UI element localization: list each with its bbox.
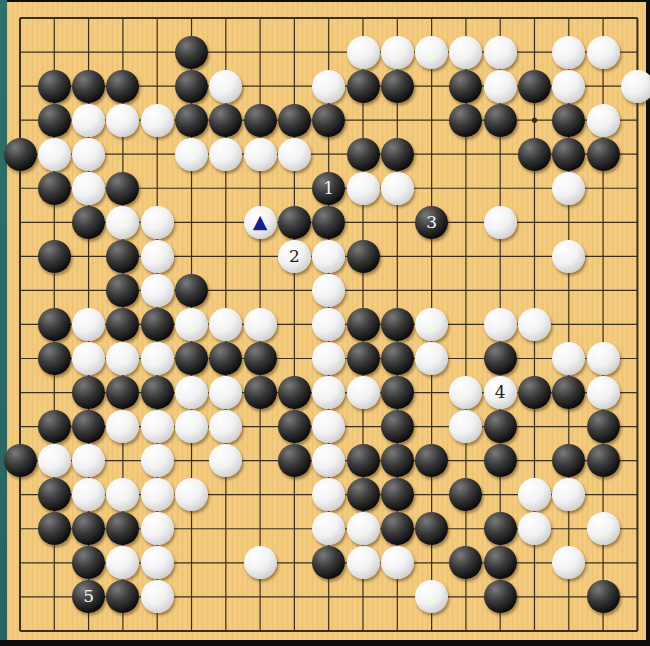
- board-intersection[interactable]: [175, 546, 209, 580]
- board-intersection[interactable]: [243, 1, 277, 35]
- board-intersection[interactable]: [72, 478, 106, 512]
- board-intersection[interactable]: [346, 546, 380, 580]
- board-intersection[interactable]: [3, 410, 37, 444]
- board-intersection[interactable]: [243, 307, 277, 341]
- board-intersection[interactable]: [312, 239, 346, 273]
- board-intersection[interactable]: [415, 137, 449, 171]
- board-intersection[interactable]: [277, 1, 311, 35]
- board-intersection[interactable]: [37, 35, 71, 69]
- board-intersection[interactable]: [620, 580, 650, 614]
- board-intersection[interactable]: [552, 69, 586, 103]
- board-intersection[interactable]: [415, 273, 449, 307]
- board-intersection[interactable]: [380, 512, 414, 546]
- board-intersection[interactable]: [175, 478, 209, 512]
- board-intersection[interactable]: [483, 410, 517, 444]
- board-intersection[interactable]: [586, 1, 620, 35]
- board-intersection[interactable]: [243, 171, 277, 205]
- board-intersection[interactable]: [552, 171, 586, 205]
- board-intersection[interactable]: [175, 103, 209, 137]
- board-intersection[interactable]: [552, 205, 586, 239]
- board-intersection[interactable]: [346, 35, 380, 69]
- board-intersection[interactable]: [380, 410, 414, 444]
- board-intersection[interactable]: [380, 205, 414, 239]
- board-intersection[interactable]: [37, 376, 71, 410]
- board-intersection[interactable]: [449, 512, 483, 546]
- board-intersection[interactable]: [72, 376, 106, 410]
- board-intersection[interactable]: [620, 205, 650, 239]
- board-intersection[interactable]: [243, 239, 277, 273]
- board-intersection[interactable]: [380, 69, 414, 103]
- board-intersection[interactable]: [140, 444, 174, 478]
- board-intersection[interactable]: [312, 103, 346, 137]
- board-intersection[interactable]: [449, 1, 483, 35]
- board-intersection[interactable]: [518, 137, 552, 171]
- board-intersection[interactable]: [106, 273, 140, 307]
- board-intersection[interactable]: [483, 1, 517, 35]
- board-intersection[interactable]: [483, 614, 517, 646]
- board-intersection[interactable]: [346, 444, 380, 478]
- board-intersection[interactable]: [346, 103, 380, 137]
- board-intersection[interactable]: [620, 137, 650, 171]
- board-intersection[interactable]: [140, 478, 174, 512]
- board-intersection[interactable]: [175, 342, 209, 376]
- board-intersection[interactable]: [586, 171, 620, 205]
- board-intersection[interactable]: [586, 273, 620, 307]
- board-intersection[interactable]: [518, 239, 552, 273]
- board-intersection[interactable]: [518, 410, 552, 444]
- board-intersection[interactable]: [415, 376, 449, 410]
- board-intersection[interactable]: [3, 137, 37, 171]
- board-intersection[interactable]: [449, 342, 483, 376]
- board-intersection[interactable]: [140, 137, 174, 171]
- board-intersection[interactable]: [243, 273, 277, 307]
- board-intersection[interactable]: [175, 307, 209, 341]
- board-intersection[interactable]: [37, 239, 71, 273]
- board-intersection[interactable]: [140, 1, 174, 35]
- board-intersection[interactable]: [483, 546, 517, 580]
- board-intersection[interactable]: [106, 103, 140, 137]
- board-intersection[interactable]: [312, 307, 346, 341]
- board-intersection[interactable]: [620, 1, 650, 35]
- board-intersection[interactable]: [552, 376, 586, 410]
- board-intersection[interactable]: [449, 137, 483, 171]
- board-intersection[interactable]: [415, 307, 449, 341]
- board-intersection[interactable]: [415, 614, 449, 646]
- board-intersection[interactable]: 5: [72, 580, 106, 614]
- board-intersection[interactable]: [72, 512, 106, 546]
- board-intersection[interactable]: [518, 69, 552, 103]
- board-intersection[interactable]: [586, 342, 620, 376]
- board-intersection[interactable]: [312, 69, 346, 103]
- board-intersection[interactable]: [346, 1, 380, 35]
- board-intersection[interactable]: [483, 444, 517, 478]
- board-intersection[interactable]: [277, 478, 311, 512]
- board-intersection[interactable]: [620, 614, 650, 646]
- board-intersection[interactable]: [346, 273, 380, 307]
- board-intersection[interactable]: [586, 376, 620, 410]
- board-intersection[interactable]: [312, 410, 346, 444]
- board-intersection[interactable]: [3, 444, 37, 478]
- board-intersection[interactable]: [175, 35, 209, 69]
- board-intersection[interactable]: [106, 614, 140, 646]
- board-intersection[interactable]: [586, 444, 620, 478]
- board-intersection[interactable]: [37, 478, 71, 512]
- board-intersection[interactable]: [620, 103, 650, 137]
- board-intersection[interactable]: [209, 478, 243, 512]
- board-intersection[interactable]: [415, 239, 449, 273]
- board-intersection[interactable]: [552, 580, 586, 614]
- board-intersection[interactable]: [620, 307, 650, 341]
- board-intersection[interactable]: [483, 171, 517, 205]
- board-intersection[interactable]: [37, 1, 71, 35]
- board-intersection[interactable]: [620, 239, 650, 273]
- board-intersection[interactable]: [449, 205, 483, 239]
- board-intersection[interactable]: [243, 614, 277, 646]
- board-intersection[interactable]: [3, 478, 37, 512]
- board-intersection[interactable]: [106, 342, 140, 376]
- board-intersection[interactable]: [415, 410, 449, 444]
- board-intersection[interactable]: [380, 171, 414, 205]
- board-intersection[interactable]: [243, 444, 277, 478]
- board-intersection[interactable]: [37, 410, 71, 444]
- board-intersection[interactable]: [140, 512, 174, 546]
- board-intersection[interactable]: [209, 239, 243, 273]
- board-intersection[interactable]: [243, 69, 277, 103]
- board-intersection[interactable]: [277, 444, 311, 478]
- board-intersection[interactable]: [37, 69, 71, 103]
- board-intersection[interactable]: [243, 580, 277, 614]
- board-intersection[interactable]: 1: [312, 171, 346, 205]
- board-intersection[interactable]: [209, 273, 243, 307]
- board-intersection[interactable]: [3, 614, 37, 646]
- board-intersection[interactable]: [3, 580, 37, 614]
- board-intersection[interactable]: [620, 171, 650, 205]
- board-intersection[interactable]: [346, 171, 380, 205]
- board-intersection[interactable]: [72, 307, 106, 341]
- board-intersection[interactable]: [415, 444, 449, 478]
- board-intersection[interactable]: [620, 444, 650, 478]
- board-intersection[interactable]: [72, 410, 106, 444]
- board-intersection[interactable]: [140, 342, 174, 376]
- board-intersection[interactable]: [586, 137, 620, 171]
- board-intersection[interactable]: [312, 1, 346, 35]
- board-intersection[interactable]: [586, 35, 620, 69]
- board-intersection[interactable]: [483, 103, 517, 137]
- board-intersection[interactable]: [106, 307, 140, 341]
- board-intersection[interactable]: [277, 376, 311, 410]
- board-intersection[interactable]: [415, 69, 449, 103]
- board-intersection[interactable]: [312, 35, 346, 69]
- board-intersection[interactable]: [380, 546, 414, 580]
- board-intersection[interactable]: [3, 307, 37, 341]
- board-intersection[interactable]: [449, 478, 483, 512]
- board-intersection[interactable]: [620, 546, 650, 580]
- board-intersection[interactable]: [277, 546, 311, 580]
- board-intersection[interactable]: [415, 546, 449, 580]
- board-intersection[interactable]: [586, 205, 620, 239]
- board-intersection[interactable]: [277, 307, 311, 341]
- board-intersection[interactable]: [483, 35, 517, 69]
- board-intersection[interactable]: [3, 376, 37, 410]
- board-intersection[interactable]: [175, 171, 209, 205]
- board-intersection[interactable]: [552, 546, 586, 580]
- board-intersection[interactable]: [209, 546, 243, 580]
- board-intersection[interactable]: [3, 273, 37, 307]
- board-intersection[interactable]: [346, 342, 380, 376]
- board-intersection[interactable]: [209, 580, 243, 614]
- board-intersection[interactable]: [380, 239, 414, 273]
- board-intersection[interactable]: [277, 69, 311, 103]
- board-intersection[interactable]: [518, 342, 552, 376]
- board-intersection[interactable]: 4: [483, 376, 517, 410]
- board-intersection[interactable]: [175, 512, 209, 546]
- board-intersection[interactable]: [209, 1, 243, 35]
- board-intersection[interactable]: [243, 478, 277, 512]
- board-intersection[interactable]: [346, 614, 380, 646]
- board-intersection[interactable]: [106, 376, 140, 410]
- board-intersection[interactable]: [380, 35, 414, 69]
- board-intersection[interactable]: [140, 614, 174, 646]
- board-intersection[interactable]: [518, 171, 552, 205]
- board-intersection[interactable]: [72, 239, 106, 273]
- board-intersection[interactable]: [380, 342, 414, 376]
- board-intersection[interactable]: [72, 205, 106, 239]
- board-intersection[interactable]: [243, 512, 277, 546]
- board-intersection[interactable]: [106, 137, 140, 171]
- board-intersection[interactable]: [380, 273, 414, 307]
- board-intersection[interactable]: [312, 137, 346, 171]
- board-intersection[interactable]: [3, 35, 37, 69]
- board-intersection[interactable]: [175, 69, 209, 103]
- board-intersection[interactable]: [106, 239, 140, 273]
- board-intersection[interactable]: [552, 137, 586, 171]
- board-intersection[interactable]: [449, 546, 483, 580]
- board-intersection[interactable]: [209, 614, 243, 646]
- board-intersection[interactable]: [175, 444, 209, 478]
- board-intersection[interactable]: [277, 512, 311, 546]
- board-intersection[interactable]: [209, 444, 243, 478]
- board-intersection[interactable]: [518, 512, 552, 546]
- board-intersection[interactable]: [277, 342, 311, 376]
- board-intersection[interactable]: [37, 580, 71, 614]
- board-intersection[interactable]: [312, 614, 346, 646]
- board-intersection[interactable]: [346, 410, 380, 444]
- board-intersection[interactable]: [552, 307, 586, 341]
- board-intersection[interactable]: [140, 205, 174, 239]
- board-intersection[interactable]: [37, 444, 71, 478]
- board-intersection[interactable]: ▲: [243, 205, 277, 239]
- board-intersection[interactable]: [415, 171, 449, 205]
- board-intersection[interactable]: [37, 171, 71, 205]
- board-intersection[interactable]: [552, 1, 586, 35]
- board-intersection[interactable]: [586, 512, 620, 546]
- board-intersection[interactable]: [37, 512, 71, 546]
- board-intersection[interactable]: [106, 444, 140, 478]
- board-intersection[interactable]: [483, 137, 517, 171]
- board-intersection[interactable]: [586, 307, 620, 341]
- board-intersection[interactable]: [72, 69, 106, 103]
- board-intersection[interactable]: [346, 137, 380, 171]
- board-intersection[interactable]: [209, 410, 243, 444]
- board-intersection[interactable]: [243, 376, 277, 410]
- board-intersection[interactable]: [3, 512, 37, 546]
- board-intersection[interactable]: [140, 35, 174, 69]
- board-intersection[interactable]: [72, 444, 106, 478]
- board-intersection[interactable]: [380, 1, 414, 35]
- board-intersection[interactable]: [586, 410, 620, 444]
- board-intersection[interactable]: [449, 273, 483, 307]
- board-intersection[interactable]: [72, 171, 106, 205]
- board-intersection[interactable]: [312, 512, 346, 546]
- board-intersection[interactable]: [552, 273, 586, 307]
- board-intersection[interactable]: [380, 307, 414, 341]
- board-intersection[interactable]: [449, 69, 483, 103]
- board-intersection[interactable]: [106, 35, 140, 69]
- board-intersection[interactable]: [586, 580, 620, 614]
- board-intersection[interactable]: [449, 614, 483, 646]
- board-intersection[interactable]: [380, 478, 414, 512]
- board-intersection[interactable]: [106, 410, 140, 444]
- board-intersection[interactable]: [449, 307, 483, 341]
- board-intersection[interactable]: [346, 69, 380, 103]
- board-intersection[interactable]: [106, 171, 140, 205]
- board-intersection[interactable]: [552, 239, 586, 273]
- board-intersection[interactable]: [106, 580, 140, 614]
- board-intersection[interactable]: [449, 171, 483, 205]
- board-intersection[interactable]: [586, 478, 620, 512]
- board-intersection[interactable]: [106, 69, 140, 103]
- board-intersection[interactable]: [72, 273, 106, 307]
- board-intersection[interactable]: [346, 376, 380, 410]
- board-intersection[interactable]: [380, 444, 414, 478]
- board-intersection[interactable]: [209, 171, 243, 205]
- board-intersection[interactable]: [243, 103, 277, 137]
- board-intersection[interactable]: [175, 239, 209, 273]
- board-intersection[interactable]: [37, 137, 71, 171]
- board-intersection[interactable]: [312, 376, 346, 410]
- board-intersection[interactable]: [483, 205, 517, 239]
- board-intersection[interactable]: [415, 580, 449, 614]
- board-intersection[interactable]: [346, 478, 380, 512]
- board-intersection[interactable]: [3, 546, 37, 580]
- board-intersection[interactable]: [415, 342, 449, 376]
- board-intersection[interactable]: [72, 103, 106, 137]
- board-intersection[interactable]: [483, 69, 517, 103]
- board-intersection[interactable]: [380, 376, 414, 410]
- board-intersection[interactable]: [209, 35, 243, 69]
- board-intersection[interactable]: [209, 69, 243, 103]
- board-intersection[interactable]: [620, 273, 650, 307]
- board-intersection[interactable]: [72, 35, 106, 69]
- board-intersection[interactable]: [415, 478, 449, 512]
- board-intersection[interactable]: [37, 273, 71, 307]
- board-intersection[interactable]: [415, 512, 449, 546]
- board-intersection[interactable]: [140, 307, 174, 341]
- board-intersection[interactable]: [277, 137, 311, 171]
- board-intersection[interactable]: [140, 171, 174, 205]
- board-intersection[interactable]: [346, 580, 380, 614]
- board-intersection[interactable]: [449, 239, 483, 273]
- board-intersection[interactable]: [175, 376, 209, 410]
- board-intersection[interactable]: [552, 512, 586, 546]
- board-intersection[interactable]: 2: [277, 239, 311, 273]
- board-intersection[interactable]: [552, 103, 586, 137]
- board-intersection[interactable]: [483, 239, 517, 273]
- board-intersection[interactable]: [552, 444, 586, 478]
- board-intersection[interactable]: [277, 205, 311, 239]
- board-intersection[interactable]: [518, 546, 552, 580]
- board-intersection[interactable]: [106, 205, 140, 239]
- board-intersection[interactable]: [243, 137, 277, 171]
- board-intersection[interactable]: [483, 307, 517, 341]
- board-intersection[interactable]: [586, 239, 620, 273]
- board-intersection[interactable]: [518, 1, 552, 35]
- board-intersection[interactable]: [209, 342, 243, 376]
- board-intersection[interactable]: [346, 512, 380, 546]
- board-intersection[interactable]: [140, 546, 174, 580]
- board-intersection[interactable]: [140, 410, 174, 444]
- board-intersection[interactable]: [415, 1, 449, 35]
- board-intersection[interactable]: [175, 580, 209, 614]
- board-intersection[interactable]: [72, 137, 106, 171]
- board-intersection[interactable]: [3, 239, 37, 273]
- board-intersection[interactable]: [449, 444, 483, 478]
- board-intersection[interactable]: [620, 342, 650, 376]
- board-intersection[interactable]: [72, 614, 106, 646]
- board-intersection[interactable]: [72, 1, 106, 35]
- board-intersection[interactable]: [552, 410, 586, 444]
- board-intersection[interactable]: [3, 171, 37, 205]
- board-intersection[interactable]: [620, 376, 650, 410]
- board-intersection[interactable]: [586, 103, 620, 137]
- board-intersection[interactable]: [552, 35, 586, 69]
- board-intersection[interactable]: [483, 478, 517, 512]
- board-intersection[interactable]: [449, 103, 483, 137]
- board-intersection[interactable]: [106, 546, 140, 580]
- board-intersection[interactable]: [277, 171, 311, 205]
- board-intersection[interactable]: [518, 376, 552, 410]
- board-intersection[interactable]: [415, 103, 449, 137]
- board-intersection[interactable]: [449, 410, 483, 444]
- board-intersection[interactable]: [518, 205, 552, 239]
- board-intersection[interactable]: [3, 1, 37, 35]
- board-intersection[interactable]: [209, 307, 243, 341]
- board-intersection[interactable]: [449, 376, 483, 410]
- board-intersection[interactable]: [346, 239, 380, 273]
- board-intersection[interactable]: [312, 444, 346, 478]
- board-intersection[interactable]: [620, 69, 650, 103]
- board-intersection[interactable]: [312, 546, 346, 580]
- board-intersection[interactable]: [175, 137, 209, 171]
- board-intersection[interactable]: [620, 512, 650, 546]
- board-intersection[interactable]: [140, 239, 174, 273]
- board-intersection[interactable]: [449, 580, 483, 614]
- board-intersection[interactable]: [277, 614, 311, 646]
- board-intersection[interactable]: [140, 376, 174, 410]
- board-intersection[interactable]: [175, 614, 209, 646]
- board-intersection[interactable]: [243, 410, 277, 444]
- board-intersection[interactable]: [346, 205, 380, 239]
- board-intersection[interactable]: [277, 580, 311, 614]
- board-intersection[interactable]: [312, 478, 346, 512]
- board-intersection[interactable]: [518, 307, 552, 341]
- board-intersection[interactable]: [518, 35, 552, 69]
- board-intersection[interactable]: [209, 103, 243, 137]
- board-intersection[interactable]: [140, 273, 174, 307]
- board-intersection[interactable]: [380, 137, 414, 171]
- board-intersection[interactable]: [37, 205, 71, 239]
- board-intersection[interactable]: [518, 614, 552, 646]
